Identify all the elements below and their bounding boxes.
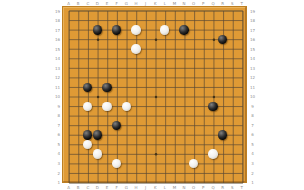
black-stone [208,102,217,111]
coord-label: K [151,185,159,190]
coord-label: O [190,185,198,190]
coord-label: D [93,1,101,6]
coord-label: P [199,1,207,6]
coord-label: J [142,1,150,6]
coord-label: H [132,185,140,190]
coord-label: 1 [249,180,257,185]
coord-label: 7 [52,123,60,128]
coord-label: T [238,185,246,190]
coord-label: 17 [52,28,60,33]
coord-label: 6 [52,132,60,137]
coord-label: 14 [52,56,60,61]
coord-label: L [161,185,169,190]
coord-label: 13 [52,66,60,71]
coord-label: Q [209,185,217,190]
coord-label: C [84,185,92,190]
coord-label: 8 [52,113,60,118]
coord-label: N [180,185,188,190]
white-stone [112,159,121,168]
coord-label: R [219,1,227,6]
coord-label: 3 [52,161,60,166]
coord-label: E [103,185,111,190]
coord-label: 1 [52,180,60,185]
coord-label: 14 [249,56,257,61]
white-stone [122,102,131,111]
coord-label: G [122,1,130,6]
coord-label: P [199,185,207,190]
black-stone [93,130,102,139]
coord-label: 12 [249,75,257,80]
black-stone [218,130,227,139]
stones-layer [63,7,246,182]
white-stone [83,140,92,149]
coord-label: 4 [249,151,257,156]
coord-label: J [142,185,150,190]
coord-label: 10 [52,94,60,99]
white-stone [131,25,140,34]
coord-label: M [170,185,178,190]
white-stone [93,149,102,158]
coord-label: 9 [249,104,257,109]
coord-label: 19 [52,9,60,14]
coord-label: S [228,185,236,190]
coord-label: 6 [249,132,257,137]
coord-label: 3 [249,161,257,166]
coord-label: R [219,185,227,190]
coord-label: 18 [52,18,60,23]
white-stone [131,44,140,53]
coord-label: 15 [249,47,257,52]
white-stone [83,102,92,111]
go-board[interactable] [62,6,247,183]
coord-label: B [74,1,82,6]
black-stone [112,25,121,34]
black-stone [93,25,102,34]
coord-label: 15 [52,47,60,52]
white-stone [189,159,198,168]
white-stone [102,102,111,111]
black-stone [112,121,121,130]
coord-label: 10 [249,94,257,99]
coord-label: F [113,185,121,190]
coord-label: L [161,1,169,6]
coord-label: 16 [52,37,60,42]
black-stone [83,130,92,139]
coord-label: D [93,185,101,190]
coord-label: K [151,1,159,6]
coord-label: 9 [52,104,60,109]
coord-label: 11 [52,85,60,90]
coord-label: 18 [249,18,257,23]
coord-label: S [228,1,236,6]
coord-label: A [65,185,73,190]
coord-label: 13 [249,66,257,71]
coord-label: A [65,1,73,6]
black-stone [102,83,111,92]
coord-label: 5 [249,142,257,147]
coord-label: E [103,1,111,6]
coord-label: 11 [249,85,257,90]
black-stone [179,25,188,34]
coord-label: T [238,1,246,6]
coord-label: H [132,1,140,6]
white-stone [208,149,217,158]
coord-label: 2 [249,171,257,176]
white-stone [160,25,169,34]
coord-label: Q [209,1,217,6]
coord-label: M [170,1,178,6]
coord-label: 16 [249,37,257,42]
coord-label: O [190,1,198,6]
coord-label: 17 [249,28,257,33]
coord-label: 2 [52,171,60,176]
coord-label: 5 [52,142,60,147]
coord-label: 12 [52,75,60,80]
black-stone [218,35,227,44]
page-background: ABCDEFGHJKLMNOPQRST ABCDEFGHJKLMNOPQRST … [0,0,304,190]
coord-label: 19 [249,9,257,14]
black-stone [83,83,92,92]
coord-label: G [122,185,130,190]
coord-label: N [180,1,188,6]
coord-label: C [84,1,92,6]
coord-label: B [74,185,82,190]
coord-label: 4 [52,151,60,156]
coord-label: F [113,1,121,6]
coord-label: 8 [249,113,257,118]
coord-label: 7 [249,123,257,128]
